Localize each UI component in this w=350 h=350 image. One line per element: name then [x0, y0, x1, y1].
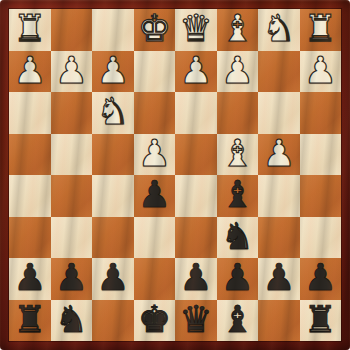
black-bishop: ♝	[221, 176, 254, 213]
square-b6[interactable]	[258, 217, 300, 259]
black-pawn: ♟	[13, 259, 46, 296]
white-pawn: ♟	[55, 52, 88, 89]
square-h8[interactable]: ♜	[9, 300, 51, 342]
square-h5[interactable]	[9, 175, 51, 217]
white-pawn: ♟	[138, 135, 171, 172]
square-f6[interactable]	[92, 217, 134, 259]
square-d7[interactable]: ♟	[175, 258, 217, 300]
black-pawn: ♟	[179, 259, 212, 296]
square-b7[interactable]: ♟	[258, 258, 300, 300]
board-frame: ♜♚♛♝♞♜♟♟♟♟♟♟♞♟♝♟♟♝♞♟♟♟♟♟♟♟♜♞♚♛♝♜	[0, 0, 350, 350]
white-pawn: ♟	[304, 52, 337, 89]
black-rook: ♜	[13, 301, 46, 338]
square-f7[interactable]: ♟	[92, 258, 134, 300]
square-e7[interactable]	[134, 258, 176, 300]
square-d2[interactable]: ♟	[175, 51, 217, 93]
square-a5[interactable]	[300, 175, 342, 217]
square-c2[interactable]: ♟	[217, 51, 259, 93]
square-b4[interactable]: ♟	[258, 134, 300, 176]
chess-board: ♜♚♛♝♞♜♟♟♟♟♟♟♞♟♝♟♟♝♞♟♟♟♟♟♟♟♜♞♚♛♝♜	[9, 9, 341, 341]
square-a8[interactable]: ♜	[300, 300, 342, 342]
square-g4[interactable]	[51, 134, 93, 176]
square-f4[interactable]	[92, 134, 134, 176]
white-bishop: ♝	[221, 10, 254, 47]
square-a3[interactable]	[300, 92, 342, 134]
black-knight: ♞	[221, 218, 254, 255]
white-pawn: ♟	[179, 52, 212, 89]
square-c5[interactable]: ♝	[217, 175, 259, 217]
square-f3[interactable]: ♞	[92, 92, 134, 134]
square-a7[interactable]: ♟	[300, 258, 342, 300]
square-f8[interactable]	[92, 300, 134, 342]
square-h1[interactable]: ♜	[9, 9, 51, 51]
white-pawn: ♟	[221, 52, 254, 89]
square-d3[interactable]	[175, 92, 217, 134]
square-g6[interactable]	[51, 217, 93, 259]
square-d4[interactable]	[175, 134, 217, 176]
white-king: ♚	[138, 10, 171, 47]
square-b3[interactable]	[258, 92, 300, 134]
square-b2[interactable]	[258, 51, 300, 93]
square-a1[interactable]: ♜	[300, 9, 342, 51]
black-pawn: ♟	[96, 259, 129, 296]
square-h3[interactable]	[9, 92, 51, 134]
square-g5[interactable]	[51, 175, 93, 217]
square-d1[interactable]: ♛	[175, 9, 217, 51]
square-g1[interactable]	[51, 9, 93, 51]
square-f2[interactable]: ♟	[92, 51, 134, 93]
square-e3[interactable]	[134, 92, 176, 134]
white-pawn: ♟	[13, 52, 46, 89]
square-d8[interactable]: ♛	[175, 300, 217, 342]
square-c4[interactable]: ♝	[217, 134, 259, 176]
black-pawn: ♟	[262, 259, 295, 296]
white-rook: ♜	[304, 10, 337, 47]
square-c1[interactable]: ♝	[217, 9, 259, 51]
square-a2[interactable]: ♟	[300, 51, 342, 93]
square-c3[interactable]	[217, 92, 259, 134]
black-pawn: ♟	[304, 259, 337, 296]
square-e1[interactable]: ♚	[134, 9, 176, 51]
black-king: ♚	[138, 301, 171, 338]
white-pawn: ♟	[262, 135, 295, 172]
black-pawn: ♟	[221, 259, 254, 296]
square-g7[interactable]: ♟	[51, 258, 93, 300]
square-e5[interactable]: ♟	[134, 175, 176, 217]
white-knight: ♞	[96, 93, 129, 130]
black-pawn: ♟	[138, 176, 171, 213]
square-g8[interactable]: ♞	[51, 300, 93, 342]
square-c8[interactable]: ♝	[217, 300, 259, 342]
square-a6[interactable]	[300, 217, 342, 259]
square-d6[interactable]	[175, 217, 217, 259]
square-e6[interactable]	[134, 217, 176, 259]
square-f5[interactable]	[92, 175, 134, 217]
white-knight: ♞	[262, 10, 295, 47]
square-b8[interactable]	[258, 300, 300, 342]
white-queen: ♛	[179, 10, 212, 47]
square-c7[interactable]: ♟	[217, 258, 259, 300]
square-g3[interactable]	[51, 92, 93, 134]
square-e2[interactable]	[134, 51, 176, 93]
square-g2[interactable]: ♟	[51, 51, 93, 93]
square-e8[interactable]: ♚	[134, 300, 176, 342]
square-f1[interactable]	[92, 9, 134, 51]
black-rook: ♜	[304, 301, 337, 338]
black-queen: ♛	[179, 301, 212, 338]
white-rook: ♜	[13, 10, 46, 47]
black-bishop: ♝	[221, 301, 254, 338]
black-pawn: ♟	[55, 259, 88, 296]
square-a4[interactable]	[300, 134, 342, 176]
square-h7[interactable]: ♟	[9, 258, 51, 300]
square-b1[interactable]: ♞	[258, 9, 300, 51]
white-bishop: ♝	[221, 135, 254, 172]
square-b5[interactable]	[258, 175, 300, 217]
square-h2[interactable]: ♟	[9, 51, 51, 93]
square-h4[interactable]	[9, 134, 51, 176]
white-pawn: ♟	[96, 52, 129, 89]
square-h6[interactable]	[9, 217, 51, 259]
square-d5[interactable]	[175, 175, 217, 217]
square-e4[interactable]: ♟	[134, 134, 176, 176]
square-c6[interactable]: ♞	[217, 217, 259, 259]
black-knight: ♞	[55, 301, 88, 338]
